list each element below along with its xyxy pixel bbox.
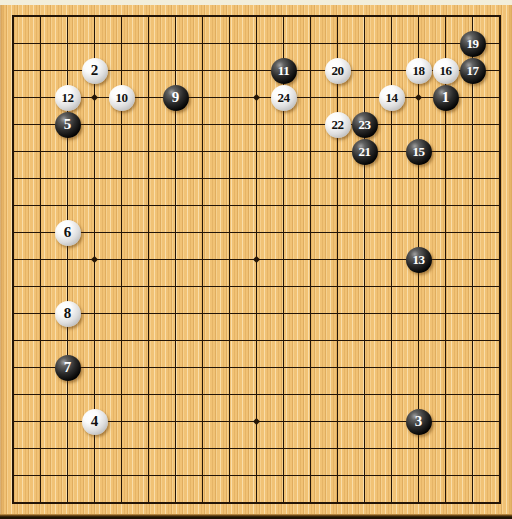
board-intersection[interactable] [459, 300, 486, 327]
board-intersection[interactable] [243, 462, 270, 489]
board-intersection[interactable] [162, 30, 189, 57]
board-intersection[interactable] [0, 165, 27, 192]
board-intersection[interactable]: 4 [81, 408, 108, 435]
board-intersection[interactable] [27, 30, 54, 57]
board-intersection[interactable] [432, 246, 459, 273]
board-intersection[interactable] [270, 462, 297, 489]
board-intersection[interactable] [351, 381, 378, 408]
board-intersection[interactable] [351, 219, 378, 246]
board-intersection[interactable]: 6 [54, 219, 81, 246]
board-intersection[interactable] [351, 354, 378, 381]
board-intersection[interactable] [378, 111, 405, 138]
board-intersection[interactable] [405, 273, 432, 300]
board-intersection[interactable] [216, 381, 243, 408]
board-intersection[interactable] [432, 354, 459, 381]
board-intersection[interactable] [324, 165, 351, 192]
board-intersection[interactable] [27, 300, 54, 327]
board-intersection[interactable]: 24 [270, 84, 297, 111]
board-intersection[interactable] [243, 300, 270, 327]
board-intersection[interactable] [405, 354, 432, 381]
board-intersection[interactable] [270, 138, 297, 165]
board-intersection[interactable]: 2 [81, 57, 108, 84]
board-intersection[interactable] [459, 219, 486, 246]
board-intersection[interactable] [135, 300, 162, 327]
board-intersection[interactable]: 1 [432, 84, 459, 111]
board-intersection[interactable] [486, 57, 512, 84]
board-intersection[interactable] [0, 30, 27, 57]
board-intersection[interactable] [27, 84, 54, 111]
board-intersection[interactable] [81, 192, 108, 219]
board-intersection[interactable] [27, 273, 54, 300]
board-intersection[interactable] [405, 84, 432, 111]
board-intersection[interactable] [108, 489, 135, 516]
board-intersection[interactable] [27, 246, 54, 273]
board-intersection[interactable] [324, 246, 351, 273]
board-intersection[interactable] [54, 30, 81, 57]
board-intersection[interactable] [189, 381, 216, 408]
board-intersection[interactable] [243, 192, 270, 219]
board-intersection[interactable] [135, 246, 162, 273]
board-intersection[interactable]: 16 [432, 57, 459, 84]
board-intersection[interactable] [243, 408, 270, 435]
board-intersection[interactable] [324, 192, 351, 219]
board-intersection[interactable] [135, 3, 162, 30]
board-intersection[interactable] [243, 327, 270, 354]
board-intersection[interactable] [324, 219, 351, 246]
board-intersection[interactable] [189, 57, 216, 84]
board-intersection[interactable]: 9 [162, 84, 189, 111]
board-intersection[interactable] [270, 327, 297, 354]
board-intersection[interactable] [486, 327, 512, 354]
board-intersection[interactable] [81, 381, 108, 408]
board-intersection[interactable] [162, 354, 189, 381]
board-intersection[interactable] [324, 381, 351, 408]
board-intersection[interactable] [324, 462, 351, 489]
board-intersection[interactable] [486, 3, 512, 30]
board-intersection[interactable] [189, 273, 216, 300]
board-intersection[interactable] [432, 219, 459, 246]
board-intersection[interactable] [135, 435, 162, 462]
board-intersection[interactable] [351, 408, 378, 435]
board-intersection[interactable] [135, 165, 162, 192]
board-intersection[interactable] [486, 219, 512, 246]
board-intersection[interactable] [108, 30, 135, 57]
board-intersection[interactable] [297, 3, 324, 30]
board-intersection[interactable] [243, 111, 270, 138]
board-intersection[interactable] [486, 84, 512, 111]
board-intersection[interactable] [486, 354, 512, 381]
board-intersection[interactable] [216, 489, 243, 516]
board-intersection[interactable]: 5 [54, 111, 81, 138]
board-intersection[interactable] [135, 381, 162, 408]
board-intersection[interactable] [0, 192, 27, 219]
board-intersection[interactable] [108, 354, 135, 381]
board-intersection[interactable] [297, 30, 324, 57]
board-intersection[interactable] [189, 138, 216, 165]
board-intersection[interactable] [378, 354, 405, 381]
board-intersection[interactable] [297, 192, 324, 219]
board-intersection[interactable] [486, 462, 512, 489]
board-intersection[interactable] [324, 300, 351, 327]
board-intersection[interactable] [81, 219, 108, 246]
board-intersection[interactable] [459, 435, 486, 462]
board-intersection[interactable]: 10 [108, 84, 135, 111]
board-intersection[interactable] [297, 435, 324, 462]
board-intersection[interactable] [243, 165, 270, 192]
board-intersection[interactable] [324, 3, 351, 30]
board-intersection[interactable] [405, 111, 432, 138]
board-intersection[interactable]: 19 [459, 30, 486, 57]
board-intersection[interactable] [270, 219, 297, 246]
go-board[interactable]: 192112018161712109241415222321156138743 [0, 3, 512, 516]
board-intersection[interactable] [243, 57, 270, 84]
board-intersection[interactable] [189, 246, 216, 273]
board-intersection[interactable] [216, 165, 243, 192]
board-intersection[interactable] [270, 165, 297, 192]
board-intersection[interactable] [162, 300, 189, 327]
board-intersection[interactable] [243, 273, 270, 300]
board-intersection[interactable] [351, 300, 378, 327]
board-intersection[interactable] [54, 381, 81, 408]
board-intersection[interactable] [0, 327, 27, 354]
board-intersection[interactable] [405, 3, 432, 30]
board-intersection[interactable]: 22 [324, 111, 351, 138]
board-intersection[interactable] [135, 84, 162, 111]
board-intersection[interactable] [108, 246, 135, 273]
board-intersection[interactable] [270, 273, 297, 300]
board-intersection[interactable] [81, 138, 108, 165]
board-intersection[interactable] [135, 192, 162, 219]
board-intersection[interactable] [189, 435, 216, 462]
board-intersection[interactable] [459, 273, 486, 300]
board-intersection[interactable] [459, 192, 486, 219]
board-intersection[interactable] [297, 246, 324, 273]
board-intersection[interactable] [351, 435, 378, 462]
board-intersection[interactable] [216, 354, 243, 381]
board-intersection[interactable] [459, 489, 486, 516]
board-intersection[interactable] [432, 408, 459, 435]
board-intersection[interactable] [405, 300, 432, 327]
board-intersection[interactable] [0, 273, 27, 300]
board-intersection[interactable] [0, 84, 27, 111]
board-intersection[interactable] [27, 381, 54, 408]
board-intersection[interactable] [81, 435, 108, 462]
board-intersection[interactable] [27, 408, 54, 435]
board-intersection[interactable] [432, 3, 459, 30]
board-intersection[interactable]: 8 [54, 300, 81, 327]
board-intersection[interactable] [81, 3, 108, 30]
board-intersection[interactable] [108, 327, 135, 354]
board-intersection[interactable] [378, 57, 405, 84]
board-intersection[interactable] [270, 3, 297, 30]
board-intersection[interactable]: 17 [459, 57, 486, 84]
board-intersection[interactable] [243, 381, 270, 408]
board-intersection[interactable] [108, 300, 135, 327]
board-intersection[interactable] [378, 327, 405, 354]
board-intersection[interactable] [378, 489, 405, 516]
board-intersection[interactable] [135, 354, 162, 381]
board-intersection[interactable] [108, 462, 135, 489]
board-intersection[interactable] [405, 462, 432, 489]
board-intersection[interactable] [405, 489, 432, 516]
board-intersection[interactable] [54, 273, 81, 300]
board-intersection[interactable]: 13 [405, 246, 432, 273]
board-intersection[interactable] [432, 111, 459, 138]
board-intersection[interactable] [486, 192, 512, 219]
board-intersection[interactable] [405, 165, 432, 192]
board-intersection[interactable] [189, 111, 216, 138]
board-intersection[interactable] [432, 273, 459, 300]
board-intersection[interactable] [189, 30, 216, 57]
board-intersection[interactable] [162, 138, 189, 165]
board-intersection[interactable] [270, 354, 297, 381]
board-intersection[interactable] [270, 408, 297, 435]
board-intersection[interactable] [108, 138, 135, 165]
board-intersection[interactable]: 12 [54, 84, 81, 111]
board-intersection[interactable] [216, 192, 243, 219]
board-intersection[interactable] [378, 30, 405, 57]
board-intersection[interactable] [324, 84, 351, 111]
board-intersection[interactable] [27, 165, 54, 192]
board-intersection[interactable] [432, 327, 459, 354]
board-intersection[interactable] [270, 111, 297, 138]
board-intersection[interactable] [216, 273, 243, 300]
board-intersection[interactable] [351, 327, 378, 354]
board-intersection[interactable] [162, 462, 189, 489]
board-intersection[interactable] [0, 408, 27, 435]
board-intersection[interactable] [486, 489, 512, 516]
board-intersection[interactable] [324, 354, 351, 381]
board-intersection[interactable] [135, 462, 162, 489]
board-intersection[interactable] [486, 273, 512, 300]
board-intersection[interactable] [81, 327, 108, 354]
board-intersection[interactable] [432, 381, 459, 408]
board-intersection[interactable] [54, 489, 81, 516]
board-intersection[interactable] [27, 138, 54, 165]
board-intersection[interactable] [243, 489, 270, 516]
board-intersection[interactable] [216, 138, 243, 165]
board-intersection[interactable] [81, 246, 108, 273]
board-intersection[interactable] [459, 84, 486, 111]
board-intersection[interactable] [81, 30, 108, 57]
board-intersection[interactable] [459, 165, 486, 192]
board-intersection[interactable]: 3 [405, 408, 432, 435]
board-intersection[interactable] [324, 138, 351, 165]
board-intersection[interactable] [459, 354, 486, 381]
board-intersection[interactable] [27, 111, 54, 138]
board-intersection[interactable] [486, 138, 512, 165]
board-intersection[interactable] [378, 192, 405, 219]
board-intersection[interactable] [54, 435, 81, 462]
board-intersection[interactable] [216, 3, 243, 30]
board-intersection[interactable] [0, 219, 27, 246]
board-intersection[interactable] [324, 489, 351, 516]
board-intersection[interactable]: 18 [405, 57, 432, 84]
board-intersection[interactable] [81, 489, 108, 516]
board-intersection[interactable] [81, 165, 108, 192]
board-intersection[interactable] [351, 489, 378, 516]
board-intersection[interactable] [81, 300, 108, 327]
board-intersection[interactable] [135, 30, 162, 57]
board-intersection[interactable] [351, 57, 378, 84]
board-intersection[interactable] [189, 219, 216, 246]
board-intersection[interactable] [486, 408, 512, 435]
board-intersection[interactable] [297, 273, 324, 300]
board-intersection[interactable] [243, 435, 270, 462]
board-intersection[interactable] [216, 327, 243, 354]
board-intersection[interactable] [270, 435, 297, 462]
board-intersection[interactable] [324, 408, 351, 435]
board-intersection[interactable] [108, 408, 135, 435]
board-intersection[interactable] [243, 219, 270, 246]
board-intersection[interactable]: 14 [378, 84, 405, 111]
board-intersection[interactable] [162, 111, 189, 138]
board-intersection[interactable] [459, 138, 486, 165]
board-intersection[interactable] [162, 192, 189, 219]
board-intersection[interactable] [189, 300, 216, 327]
board-intersection[interactable] [162, 381, 189, 408]
board-intersection[interactable] [459, 462, 486, 489]
board-intersection[interactable] [486, 246, 512, 273]
board-intersection[interactable] [297, 111, 324, 138]
board-intersection[interactable] [216, 111, 243, 138]
board-intersection[interactable] [486, 111, 512, 138]
board-intersection[interactable] [27, 327, 54, 354]
board-intersection[interactable] [27, 192, 54, 219]
board-intersection[interactable] [378, 435, 405, 462]
board-intersection[interactable] [351, 165, 378, 192]
board-intersection[interactable] [27, 489, 54, 516]
board-intersection[interactable] [405, 381, 432, 408]
board-intersection[interactable] [270, 489, 297, 516]
board-intersection[interactable] [297, 489, 324, 516]
board-intersection[interactable] [297, 138, 324, 165]
board-intersection[interactable] [486, 435, 512, 462]
board-intersection[interactable] [432, 192, 459, 219]
board-intersection[interactable] [432, 138, 459, 165]
board-intersection[interactable] [216, 246, 243, 273]
board-intersection[interactable]: 15 [405, 138, 432, 165]
board-intersection[interactable] [135, 489, 162, 516]
board-intersection[interactable] [378, 3, 405, 30]
board-intersection[interactable] [486, 30, 512, 57]
board-intersection[interactable] [108, 219, 135, 246]
board-intersection[interactable] [351, 84, 378, 111]
board-intersection[interactable] [189, 165, 216, 192]
board-intersection[interactable] [135, 111, 162, 138]
board-intersection[interactable] [189, 84, 216, 111]
board-intersection[interactable] [297, 381, 324, 408]
board-intersection[interactable]: 21 [351, 138, 378, 165]
board-intersection[interactable] [54, 462, 81, 489]
board-intersection[interactable] [0, 462, 27, 489]
board-intersection[interactable] [0, 111, 27, 138]
board-intersection[interactable] [243, 246, 270, 273]
board-intersection[interactable] [459, 408, 486, 435]
board-intersection[interactable] [216, 30, 243, 57]
board-intersection[interactable] [405, 192, 432, 219]
board-intersection[interactable] [297, 57, 324, 84]
board-intersection[interactable] [189, 489, 216, 516]
board-intersection[interactable] [351, 30, 378, 57]
board-intersection[interactable] [432, 489, 459, 516]
board-intersection[interactable] [351, 3, 378, 30]
board-intersection[interactable] [432, 300, 459, 327]
board-intersection[interactable] [378, 462, 405, 489]
board-intersection[interactable] [135, 57, 162, 84]
board-intersection[interactable] [162, 219, 189, 246]
board-intersection[interactable] [432, 30, 459, 57]
board-intersection[interactable] [378, 408, 405, 435]
board-intersection[interactable] [297, 462, 324, 489]
board-intersection[interactable] [432, 435, 459, 462]
board-intersection[interactable] [162, 57, 189, 84]
board-intersection[interactable] [486, 381, 512, 408]
board-intersection[interactable] [189, 3, 216, 30]
board-intersection[interactable] [54, 192, 81, 219]
board-intersection[interactable] [81, 354, 108, 381]
board-intersection[interactable] [162, 3, 189, 30]
board-intersection[interactable] [324, 30, 351, 57]
board-intersection[interactable] [216, 300, 243, 327]
board-intersection[interactable] [162, 327, 189, 354]
board-intersection[interactable] [54, 57, 81, 84]
board-intersection[interactable] [0, 381, 27, 408]
board-intersection[interactable] [216, 462, 243, 489]
board-intersection[interactable] [162, 489, 189, 516]
board-intersection[interactable] [162, 246, 189, 273]
board-intersection[interactable] [405, 219, 432, 246]
board-intersection[interactable] [459, 3, 486, 30]
board-intersection[interactable] [459, 327, 486, 354]
board-intersection[interactable] [162, 273, 189, 300]
board-intersection[interactable] [189, 327, 216, 354]
board-intersection[interactable] [243, 354, 270, 381]
board-intersection[interactable]: 20 [324, 57, 351, 84]
board-intersection[interactable] [405, 327, 432, 354]
board-intersection[interactable] [351, 246, 378, 273]
board-intersection[interactable] [0, 57, 27, 84]
board-intersection[interactable] [351, 462, 378, 489]
board-intersection[interactable] [216, 57, 243, 84]
board-intersection[interactable] [54, 246, 81, 273]
board-intersection[interactable] [81, 111, 108, 138]
board-intersection[interactable] [378, 273, 405, 300]
board-intersection[interactable] [351, 273, 378, 300]
board-intersection[interactable] [54, 165, 81, 192]
board-intersection[interactable] [216, 408, 243, 435]
board-intersection[interactable]: 23 [351, 111, 378, 138]
board-intersection[interactable] [297, 354, 324, 381]
board-intersection[interactable] [108, 165, 135, 192]
board-intersection[interactable] [54, 3, 81, 30]
board-intersection[interactable] [243, 30, 270, 57]
board-intersection[interactable] [108, 57, 135, 84]
board-intersection[interactable] [108, 111, 135, 138]
board-intersection[interactable] [486, 300, 512, 327]
board-intersection[interactable] [0, 354, 27, 381]
board-intersection[interactable] [378, 246, 405, 273]
board-intersection[interactable] [297, 219, 324, 246]
board-intersection[interactable] [486, 165, 512, 192]
board-intersection[interactable] [54, 327, 81, 354]
board-intersection[interactable] [162, 408, 189, 435]
board-intersection[interactable] [432, 462, 459, 489]
board-intersection[interactable] [189, 192, 216, 219]
board-intersection[interactable] [297, 408, 324, 435]
board-intersection[interactable] [108, 273, 135, 300]
board-intersection[interactable] [27, 435, 54, 462]
